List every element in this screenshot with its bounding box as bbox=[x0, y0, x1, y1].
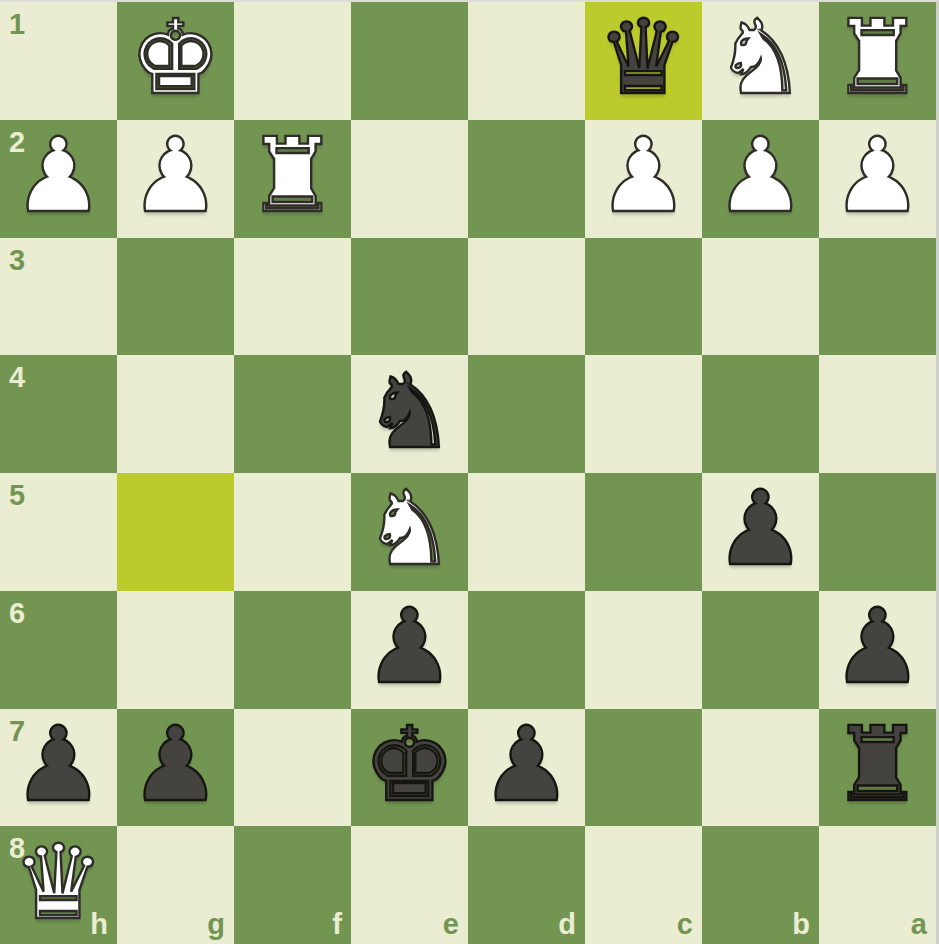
square-b8[interactable]: b bbox=[702, 826, 819, 944]
square-g1[interactable]: ♚ bbox=[117, 2, 234, 120]
square-f1[interactable] bbox=[234, 2, 351, 120]
white-pawn-g2[interactable]: ♟ bbox=[129, 124, 221, 227]
square-g3[interactable] bbox=[117, 238, 234, 356]
square-b7[interactable] bbox=[702, 709, 819, 827]
square-f7[interactable] bbox=[234, 709, 351, 827]
square-f4[interactable] bbox=[234, 355, 351, 473]
square-d5[interactable] bbox=[468, 473, 585, 591]
square-d4[interactable] bbox=[468, 355, 585, 473]
square-e4[interactable]: ♞ bbox=[351, 355, 468, 473]
square-g6[interactable] bbox=[117, 591, 234, 709]
square-c7[interactable] bbox=[585, 709, 702, 827]
square-d6[interactable] bbox=[468, 591, 585, 709]
white-pawn-b2[interactable]: ♟ bbox=[714, 124, 806, 227]
file-label-d: d bbox=[558, 910, 576, 939]
square-f3[interactable] bbox=[234, 238, 351, 356]
square-h7[interactable]: 7♟ bbox=[0, 709, 117, 827]
square-d7[interactable]: ♟ bbox=[468, 709, 585, 827]
rank-label-1: 1 bbox=[9, 10, 25, 39]
file-label-b: b bbox=[792, 910, 810, 939]
black-pawn-g7[interactable]: ♟ bbox=[129, 713, 221, 816]
square-e5[interactable]: ♞ bbox=[351, 473, 468, 591]
square-h4[interactable]: 4 bbox=[0, 355, 117, 473]
black-queen-c1[interactable]: ♛ bbox=[597, 6, 689, 109]
square-h3[interactable]: 3 bbox=[0, 238, 117, 356]
square-b6[interactable] bbox=[702, 591, 819, 709]
square-b1[interactable]: ♞ bbox=[702, 2, 819, 120]
file-label-c: c bbox=[677, 910, 693, 939]
square-c4[interactable] bbox=[585, 355, 702, 473]
square-b4[interactable] bbox=[702, 355, 819, 473]
square-c5[interactable] bbox=[585, 473, 702, 591]
file-label-f: f bbox=[332, 910, 342, 939]
square-e8[interactable]: e bbox=[351, 826, 468, 944]
white-king-g1[interactable]: ♚ bbox=[129, 6, 221, 109]
white-queen-h8[interactable]: ♛ bbox=[12, 831, 104, 934]
square-d1[interactable] bbox=[468, 2, 585, 120]
square-g7[interactable]: ♟ bbox=[117, 709, 234, 827]
white-pawn-a2[interactable]: ♟ bbox=[831, 124, 923, 227]
square-e2[interactable] bbox=[351, 120, 468, 238]
white-rook-f2[interactable]: ♜ bbox=[246, 124, 338, 227]
chessboard: 1♚♛♞♜2♟♟♜♟♟♟34♞5♞♟6♟♟7♟♟♚♟♜8h♛gfedcba bbox=[0, 0, 939, 944]
square-a4[interactable] bbox=[819, 355, 936, 473]
file-label-a: a bbox=[911, 910, 927, 939]
square-a7[interactable]: ♜ bbox=[819, 709, 936, 827]
rank-label-3: 3 bbox=[9, 246, 25, 275]
black-pawn-d7[interactable]: ♟ bbox=[480, 713, 572, 816]
square-a8[interactable]: a bbox=[819, 826, 936, 944]
square-d2[interactable] bbox=[468, 120, 585, 238]
square-g2[interactable]: ♟ bbox=[117, 120, 234, 238]
black-pawn-b5[interactable]: ♟ bbox=[714, 477, 806, 580]
square-g5[interactable] bbox=[117, 473, 234, 591]
square-c2[interactable]: ♟ bbox=[585, 120, 702, 238]
white-knight-e5[interactable]: ♞ bbox=[363, 477, 455, 580]
square-f2[interactable]: ♜ bbox=[234, 120, 351, 238]
file-label-e: e bbox=[443, 910, 459, 939]
white-rook-a1[interactable]: ♜ bbox=[831, 6, 923, 109]
black-pawn-a6[interactable]: ♟ bbox=[831, 595, 923, 698]
square-e1[interactable] bbox=[351, 2, 468, 120]
rank-label-5: 5 bbox=[9, 481, 25, 510]
chessboard-stage: 1♚♛♞♜2♟♟♜♟♟♟34♞5♞♟6♟♟7♟♟♚♟♜8h♛gfedcba bbox=[0, 0, 939, 944]
square-f6[interactable] bbox=[234, 591, 351, 709]
square-h8[interactable]: 8h♛ bbox=[0, 826, 117, 944]
square-d8[interactable]: d bbox=[468, 826, 585, 944]
square-c6[interactable] bbox=[585, 591, 702, 709]
square-b3[interactable] bbox=[702, 238, 819, 356]
black-king-e7[interactable]: ♚ bbox=[363, 713, 455, 816]
square-h2[interactable]: 2♟ bbox=[0, 120, 117, 238]
square-a5[interactable] bbox=[819, 473, 936, 591]
square-d3[interactable] bbox=[468, 238, 585, 356]
file-label-g: g bbox=[207, 910, 225, 939]
square-h6[interactable]: 6 bbox=[0, 591, 117, 709]
black-rook-a7[interactable]: ♜ bbox=[831, 713, 923, 816]
square-b2[interactable]: ♟ bbox=[702, 120, 819, 238]
square-g8[interactable]: g bbox=[117, 826, 234, 944]
black-pawn-e6[interactable]: ♟ bbox=[363, 595, 455, 698]
square-c1[interactable]: ♛ bbox=[585, 2, 702, 120]
rank-label-6: 6 bbox=[9, 599, 25, 628]
square-f5[interactable] bbox=[234, 473, 351, 591]
rank-label-4: 4 bbox=[9, 363, 25, 392]
square-a1[interactable]: ♜ bbox=[819, 2, 936, 120]
square-f8[interactable]: f bbox=[234, 826, 351, 944]
square-g4[interactable] bbox=[117, 355, 234, 473]
black-pawn-h7[interactable]: ♟ bbox=[12, 713, 104, 816]
black-knight-e4[interactable]: ♞ bbox=[363, 360, 455, 463]
square-c3[interactable] bbox=[585, 238, 702, 356]
square-b5[interactable]: ♟ bbox=[702, 473, 819, 591]
square-h5[interactable]: 5 bbox=[0, 473, 117, 591]
square-c8[interactable]: c bbox=[585, 826, 702, 944]
white-knight-b1[interactable]: ♞ bbox=[714, 6, 806, 109]
white-pawn-c2[interactable]: ♟ bbox=[597, 124, 689, 227]
square-e6[interactable]: ♟ bbox=[351, 591, 468, 709]
square-h1[interactable]: 1 bbox=[0, 2, 117, 120]
square-a2[interactable]: ♟ bbox=[819, 120, 936, 238]
white-pawn-h2[interactable]: ♟ bbox=[12, 124, 104, 227]
square-a3[interactable] bbox=[819, 238, 936, 356]
square-a6[interactable]: ♟ bbox=[819, 591, 936, 709]
square-e7[interactable]: ♚ bbox=[351, 709, 468, 827]
square-e3[interactable] bbox=[351, 238, 468, 356]
